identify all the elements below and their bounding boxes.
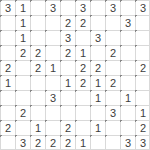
cell-r1c3[interactable] [45,15,60,30]
cell-r4c5: 2 [75,60,90,75]
cell-r9c5: 1 [75,135,90,150]
cell-r9c8: 3 [120,135,135,150]
cell-r3c3[interactable] [45,45,60,60]
cell-r1c5: 2 [75,15,90,30]
cell-r3c1: 2 [15,45,30,60]
cell-r8c2: 1 [30,120,45,135]
cell-r7c0[interactable] [0,105,15,120]
cell-r6c6: 1 [90,90,105,105]
cell-r1c7[interactable] [105,15,120,30]
cell-r7c3[interactable] [45,105,60,120]
cell-r5c7: 2 [105,75,120,90]
cell-r0c8[interactable] [120,0,135,15]
cell-r3c7: 2 [105,45,120,60]
cell-r0c7: 3 [105,0,120,15]
cell-r5c2[interactable] [30,75,45,90]
cell-r0c3: 3 [45,0,60,15]
cell-r5c3[interactable] [45,75,60,90]
cell-r7c2[interactable] [30,105,45,120]
cell-r6c5[interactable] [75,90,90,105]
cell-r6c4[interactable] [60,90,75,105]
cell-r5c0: 1 [0,75,15,90]
cell-r6c9[interactable] [135,90,150,105]
cell-r0c1: 1 [15,0,30,15]
cell-r7c4[interactable] [60,105,75,120]
cell-r0c6[interactable] [90,0,105,15]
cell-r9c2: 2 [30,135,45,150]
cell-r0c4[interactable] [60,0,75,15]
cell-r8c6: 1 [90,120,105,135]
cell-r6c3: 3 [45,90,60,105]
cell-r5c9[interactable] [135,75,150,90]
cell-r4c6: 2 [90,60,105,75]
cell-r3c9[interactable] [135,45,150,60]
cell-r2c3[interactable] [45,30,60,45]
cell-r3c2: 2 [30,45,45,60]
cell-r6c8: 1 [120,90,135,105]
cell-r7c7: 3 [105,105,120,120]
cell-r8c8[interactable] [120,120,135,135]
cell-r8c4: 2 [60,120,75,135]
cell-r4c2: 2 [30,60,45,75]
cell-r2c2[interactable] [30,30,45,45]
cell-r5c4: 1 [60,75,75,90]
cell-r9c0[interactable] [0,135,15,150]
cell-r3c6[interactable] [90,45,105,60]
cell-r1c8: 3 [120,15,135,30]
cell-r3c8[interactable] [120,45,135,60]
cell-r9c7[interactable] [105,135,120,150]
cell-r6c0[interactable] [0,90,15,105]
cell-r1c4: 2 [60,15,75,30]
cell-r0c2[interactable] [30,0,45,15]
cell-r8c9: 2 [135,120,150,135]
cell-r8c1[interactable] [15,120,30,135]
cell-r3c4: 2 [60,45,75,60]
cell-r0c0: 3 [0,0,15,15]
cell-r5c6: 1 [90,75,105,90]
cell-r7c1: 2 [15,105,30,120]
cell-r2c4: 3 [60,30,75,45]
cell-r2c5[interactable] [75,30,90,45]
cell-r8c3[interactable] [45,120,60,135]
cell-r3c0[interactable] [0,45,15,60]
cell-r5c1[interactable] [15,75,30,90]
cell-r2c0[interactable] [0,30,15,45]
cell-r4c1[interactable] [15,60,30,75]
cell-r8c7[interactable] [105,120,120,135]
cell-r7c6[interactable] [90,105,105,120]
cell-r0c9: 3 [135,0,150,15]
cell-r4c9: 2 [135,60,150,75]
cell-r6c1[interactable] [15,90,30,105]
cell-r0c5: 3 [75,0,90,15]
cell-r4c8[interactable] [120,60,135,75]
cell-r1c2[interactable] [30,15,45,30]
cell-r1c6[interactable] [90,15,105,30]
cell-r9c3: 2 [45,135,60,150]
cell-r7c5[interactable] [75,105,90,120]
cell-r2c7[interactable] [105,30,120,45]
cell-r3c5: 1 [75,45,90,60]
cell-r4c0: 2 [0,60,15,75]
cell-r2c8[interactable] [120,30,135,45]
cell-r6c7[interactable] [105,90,120,105]
cell-r2c9[interactable] [135,30,150,45]
cell-r1c0[interactable] [0,15,15,30]
cell-r2c6: 3 [90,30,105,45]
cell-r4c7[interactable] [105,60,120,75]
cell-r5c5: 2 [75,75,90,90]
cell-r9c9: 3 [135,135,150,150]
cell-r8c0: 2 [0,120,15,135]
cell-r7c9: 1 [135,105,150,120]
minesweeper-board: 3133331223133222122212221121231123121212… [0,0,150,150]
cell-r4c4[interactable] [60,60,75,75]
cell-r9c1: 3 [15,135,30,150]
cell-r1c1: 1 [15,15,30,30]
cell-r9c6[interactable] [90,135,105,150]
cell-r9c4: 2 [60,135,75,150]
cell-r4c3: 1 [45,60,60,75]
cell-r8c5[interactable] [75,120,90,135]
cell-r2c1: 1 [15,30,30,45]
cell-r6c2[interactable] [30,90,45,105]
cell-r7c8[interactable] [120,105,135,120]
cell-r1c9[interactable] [135,15,150,30]
cell-r5c8[interactable] [120,75,135,90]
